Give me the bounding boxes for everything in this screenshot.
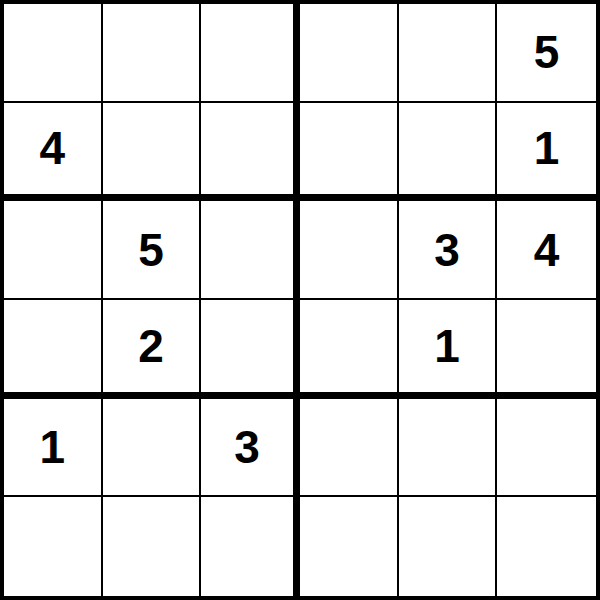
cell-r4c4[interactable] <box>300 300 399 399</box>
cell-r2c3[interactable] <box>201 103 300 202</box>
cell-r2c4[interactable] <box>300 103 399 202</box>
cell-r5c2[interactable] <box>103 399 202 498</box>
cell-r6c6[interactable] <box>497 497 596 596</box>
cell-r4c2[interactable]: 2 <box>103 300 202 399</box>
sudoku-board: 5 4 1 5 3 4 2 1 1 3 <box>0 0 600 600</box>
cell-r4c3[interactable] <box>201 300 300 399</box>
cell-r2c6[interactable]: 1 <box>497 103 596 202</box>
cell-r3c5[interactable]: 3 <box>399 201 498 300</box>
cell-r2c5[interactable] <box>399 103 498 202</box>
cell-r6c2[interactable] <box>103 497 202 596</box>
cell-r6c5[interactable] <box>399 497 498 596</box>
cell-r1c3[interactable] <box>201 4 300 103</box>
cell-r1c6[interactable]: 5 <box>497 4 596 103</box>
cell-r5c6[interactable] <box>497 399 596 498</box>
cell-r5c5[interactable] <box>399 399 498 498</box>
cell-r4c5[interactable]: 1 <box>399 300 498 399</box>
cell-r6c4[interactable] <box>300 497 399 596</box>
cell-r4c6[interactable] <box>497 300 596 399</box>
cell-r3c1[interactable] <box>4 201 103 300</box>
cell-r5c3[interactable]: 3 <box>201 399 300 498</box>
cell-r6c1[interactable] <box>4 497 103 596</box>
cell-r3c4[interactable] <box>300 201 399 300</box>
cell-r3c2[interactable]: 5 <box>103 201 202 300</box>
cell-r1c1[interactable] <box>4 4 103 103</box>
cell-r3c3[interactable] <box>201 201 300 300</box>
cell-r1c2[interactable] <box>103 4 202 103</box>
cell-r1c5[interactable] <box>399 4 498 103</box>
cell-r2c2[interactable] <box>103 103 202 202</box>
cell-r1c4[interactable] <box>300 4 399 103</box>
cell-r2c1[interactable]: 4 <box>4 103 103 202</box>
cell-r5c4[interactable] <box>300 399 399 498</box>
cell-r3c6[interactable]: 4 <box>497 201 596 300</box>
cell-r4c1[interactable] <box>4 300 103 399</box>
cell-r6c3[interactable] <box>201 497 300 596</box>
cell-r5c1[interactable]: 1 <box>4 399 103 498</box>
